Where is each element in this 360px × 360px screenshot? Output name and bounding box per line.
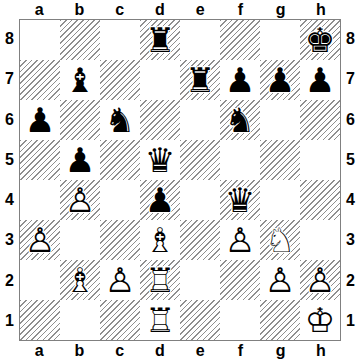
white-rook-piece: ♜♖: [140, 300, 180, 340]
square-f3[interactable]: ♟♙: [220, 220, 260, 260]
rank-label-2: 2: [0, 261, 19, 301]
white-bishop-piece: ♝♗: [140, 220, 180, 260]
black-pawn-piece: ♟: [300, 60, 340, 100]
square-a8[interactable]: [20, 20, 60, 60]
square-b7[interactable]: ♝: [60, 60, 100, 100]
file-label-d: d: [140, 0, 180, 19]
rank-label-1: 1: [341, 301, 360, 341]
chess-diagram-page: abcdefgh abcdefgh 87654321 87654321 ♜♚♝♜…: [0, 0, 360, 360]
black-knight-piece: ♞: [100, 100, 140, 140]
rank-label-7: 7: [341, 59, 360, 99]
black-pawn-piece: ♟: [260, 60, 300, 100]
rank-label-7: 7: [0, 59, 19, 99]
square-e3[interactable]: [180, 220, 220, 260]
file-label-e: e: [180, 341, 220, 360]
rank-label-1: 1: [0, 301, 19, 341]
file-labels-bottom: abcdefgh: [19, 341, 341, 360]
rank-label-8: 8: [0, 19, 19, 59]
square-d2[interactable]: ♜♖: [140, 260, 180, 300]
file-label-e: e: [180, 0, 220, 19]
file-label-a: a: [19, 341, 59, 360]
file-label-c: c: [100, 0, 140, 19]
rank-label-4: 4: [341, 180, 360, 220]
square-a5[interactable]: [20, 140, 60, 180]
file-label-a: a: [19, 0, 59, 19]
square-e2[interactable]: [180, 260, 220, 300]
square-h8[interactable]: ♚: [300, 20, 340, 60]
rank-label-8: 8: [341, 19, 360, 59]
square-c6[interactable]: ♞: [100, 100, 140, 140]
rank-label-2: 2: [341, 261, 360, 301]
white-pawn-piece: ♟♙: [60, 180, 100, 220]
square-g2[interactable]: ♟♙: [260, 260, 300, 300]
square-d4[interactable]: ♟: [140, 180, 180, 220]
rank-label-4: 4: [0, 180, 19, 220]
square-d1[interactable]: ♜♖: [140, 300, 180, 340]
square-h6[interactable]: [300, 100, 340, 140]
square-f6[interactable]: ♞: [220, 100, 260, 140]
square-d3[interactable]: ♝♗: [140, 220, 180, 260]
square-c1[interactable]: [100, 300, 140, 340]
file-label-b: b: [59, 0, 99, 19]
white-rook-piece: ♜♖: [140, 260, 180, 300]
square-d7[interactable]: [140, 60, 180, 100]
square-g1[interactable]: [260, 300, 300, 340]
white-pawn-piece: ♟♙: [100, 260, 140, 300]
square-b1[interactable]: [60, 300, 100, 340]
square-g8[interactable]: [260, 20, 300, 60]
rank-label-3: 3: [0, 220, 19, 260]
white-pawn-piece: ♟♙: [260, 260, 300, 300]
chess-board: ♜♚♝♜♟♟♟♟♞♞♟♛♟♙♟♛♟♙♝♗♟♙♞♘♝♗♟♙♜♖♟♙♟♙♜♖♚♔: [19, 19, 341, 341]
black-pawn-piece: ♟: [60, 140, 100, 180]
file-label-d: d: [140, 341, 180, 360]
file-label-f: f: [220, 0, 260, 19]
square-f4[interactable]: ♛: [220, 180, 260, 220]
black-bishop-piece: ♝: [60, 60, 100, 100]
file-label-f: f: [220, 341, 260, 360]
square-a3[interactable]: ♟♙: [20, 220, 60, 260]
rank-label-5: 5: [341, 140, 360, 180]
square-c8[interactable]: [100, 20, 140, 60]
file-label-g: g: [261, 341, 301, 360]
square-d8[interactable]: ♜: [140, 20, 180, 60]
rank-label-3: 3: [341, 220, 360, 260]
white-pawn-piece: ♟♙: [220, 220, 260, 260]
square-g5[interactable]: [260, 140, 300, 180]
square-h1[interactable]: ♚♔: [300, 300, 340, 340]
square-g6[interactable]: [260, 100, 300, 140]
square-e8[interactable]: [180, 20, 220, 60]
square-c5[interactable]: [100, 140, 140, 180]
square-h3[interactable]: [300, 220, 340, 260]
square-d5[interactable]: ♛: [140, 140, 180, 180]
square-b2[interactable]: ♝♗: [60, 260, 100, 300]
file-label-h: h: [301, 0, 341, 19]
file-label-b: b: [59, 341, 99, 360]
square-c3[interactable]: [100, 220, 140, 260]
black-queen-piece: ♛: [220, 180, 260, 220]
black-rook-piece: ♜: [140, 20, 180, 60]
square-a1[interactable]: [20, 300, 60, 340]
square-b3[interactable]: [60, 220, 100, 260]
file-labels-top: abcdefgh: [19, 0, 341, 19]
rank-labels-left: 87654321: [0, 19, 19, 341]
file-label-g: g: [261, 0, 301, 19]
black-pawn-piece: ♟: [220, 60, 260, 100]
black-pawn-piece: ♟: [20, 100, 60, 140]
square-c2[interactable]: ♟♙: [100, 260, 140, 300]
square-g3[interactable]: ♞♘: [260, 220, 300, 260]
rank-labels-right: 87654321: [341, 19, 360, 341]
white-pawn-piece: ♟♙: [20, 220, 60, 260]
square-e4[interactable]: [180, 180, 220, 220]
square-e7[interactable]: ♜: [180, 60, 220, 100]
file-label-c: c: [100, 341, 140, 360]
square-h4[interactable]: [300, 180, 340, 220]
square-c4[interactable]: [100, 180, 140, 220]
square-d6[interactable]: [140, 100, 180, 140]
white-knight-piece: ♞♘: [260, 220, 300, 260]
square-a6[interactable]: ♟: [20, 100, 60, 140]
rank-label-6: 6: [0, 100, 19, 140]
square-f7[interactable]: ♟: [220, 60, 260, 100]
rank-label-6: 6: [341, 100, 360, 140]
square-f1[interactable]: [220, 300, 260, 340]
rank-label-5: 5: [0, 140, 19, 180]
square-e5[interactable]: [180, 140, 220, 180]
square-g4[interactable]: [260, 180, 300, 220]
black-rook-piece: ♜: [180, 60, 220, 100]
square-e6[interactable]: [180, 100, 220, 140]
square-a4[interactable]: [20, 180, 60, 220]
white-king-piece: ♚♔: [300, 300, 340, 340]
black-king-piece: ♚: [300, 20, 340, 60]
square-b8[interactable]: [60, 20, 100, 60]
square-e1[interactable]: [180, 300, 220, 340]
square-h7[interactable]: ♟: [300, 60, 340, 100]
square-b4[interactable]: ♟♙: [60, 180, 100, 220]
square-a2[interactable]: [20, 260, 60, 300]
white-pawn-piece: ♟♙: [300, 260, 340, 300]
white-bishop-piece: ♝♗: [60, 260, 100, 300]
black-knight-piece: ♞: [220, 100, 260, 140]
square-h5[interactable]: [300, 140, 340, 180]
square-g7[interactable]: ♟: [260, 60, 300, 100]
square-f2[interactable]: [220, 260, 260, 300]
square-b6[interactable]: [60, 100, 100, 140]
square-b5[interactable]: ♟: [60, 140, 100, 180]
square-h2[interactable]: ♟♙: [300, 260, 340, 300]
square-c7[interactable]: [100, 60, 140, 100]
file-label-h: h: [301, 341, 341, 360]
square-f5[interactable]: [220, 140, 260, 180]
black-pawn-piece: ♟: [140, 180, 180, 220]
square-a7[interactable]: [20, 60, 60, 100]
square-f8[interactable]: [220, 20, 260, 60]
black-queen-piece: ♛: [140, 140, 180, 180]
